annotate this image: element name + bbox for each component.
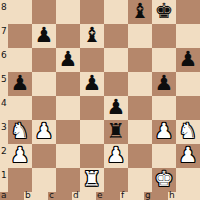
square-a1[interactable]: [8, 168, 32, 192]
square-g2[interactable]: [152, 144, 176, 168]
square-d2[interactable]: [80, 144, 104, 168]
square-h5[interactable]: [176, 72, 200, 96]
square-h8[interactable]: [176, 0, 200, 24]
black-pawn-icon[interactable]: ♟: [152, 72, 176, 96]
square-d4[interactable]: [80, 96, 104, 120]
square-b3[interactable]: ♟: [32, 120, 56, 144]
square-f6[interactable]: [128, 48, 152, 72]
square-c3[interactable]: [56, 120, 80, 144]
black-bishop-icon[interactable]: ♝: [128, 0, 152, 24]
square-d7[interactable]: ♝: [80, 24, 104, 48]
square-g3[interactable]: ♟: [152, 120, 176, 144]
square-d6[interactable]: [80, 48, 104, 72]
square-h4[interactable]: [176, 96, 200, 120]
square-f7[interactable]: [128, 24, 152, 48]
square-g6[interactable]: [152, 48, 176, 72]
square-d3[interactable]: [80, 120, 104, 144]
white-pawn-icon[interactable]: ♟: [176, 144, 200, 168]
file-label-f: f: [121, 190, 131, 200]
square-d5[interactable]: ♟: [80, 72, 104, 96]
black-pawn-icon[interactable]: ♟: [176, 48, 200, 72]
square-g8[interactable]: ♚: [152, 0, 176, 24]
black-pawn-icon[interactable]: ♟: [8, 72, 32, 96]
square-d1[interactable]: ♜: [80, 168, 104, 192]
black-pawn-icon[interactable]: ♟: [56, 48, 80, 72]
white-pawn-icon[interactable]: ♟: [32, 120, 56, 144]
square-b5[interactable]: [32, 72, 56, 96]
square-f4[interactable]: [128, 96, 152, 120]
square-f8[interactable]: ♝: [128, 0, 152, 24]
black-king-icon[interactable]: ♚: [152, 0, 176, 24]
square-a6[interactable]: [8, 48, 32, 72]
file-label-d: d: [73, 190, 83, 200]
square-h3[interactable]: ♞: [176, 120, 200, 144]
white-pawn-icon[interactable]: ♟: [8, 144, 32, 168]
square-c4[interactable]: [56, 96, 80, 120]
rank-label-8: 8: [1, 2, 8, 12]
square-b1[interactable]: [32, 168, 56, 192]
square-a2[interactable]: ♟: [8, 144, 32, 168]
square-b8[interactable]: [32, 0, 56, 24]
square-h2[interactable]: ♟: [176, 144, 200, 168]
white-knight-icon[interactable]: ♞: [176, 120, 200, 144]
rank-label-4: 4: [1, 98, 8, 108]
black-pawn-icon[interactable]: ♟: [32, 24, 56, 48]
black-bishop-icon[interactable]: ♝: [80, 24, 104, 48]
square-g7[interactable]: [152, 24, 176, 48]
square-c6[interactable]: ♟: [56, 48, 80, 72]
black-rook-icon[interactable]: ♜: [104, 120, 128, 144]
white-king-icon[interactable]: ♚: [152, 168, 176, 192]
file-label-a: a: [1, 190, 11, 200]
file-label-e: e: [97, 190, 107, 200]
square-c7[interactable]: [56, 24, 80, 48]
rank-label-6: 6: [1, 50, 8, 60]
square-c8[interactable]: [56, 0, 80, 24]
square-g5[interactable]: ♟: [152, 72, 176, 96]
rank-label-5: 5: [1, 74, 8, 84]
white-pawn-icon[interactable]: ♟: [152, 120, 176, 144]
file-label-b: b: [25, 190, 35, 200]
square-f3[interactable]: [128, 120, 152, 144]
file-label-g: g: [145, 190, 155, 200]
rank-label-3: 3: [1, 122, 8, 132]
square-b2[interactable]: [32, 144, 56, 168]
square-e7[interactable]: [104, 24, 128, 48]
square-d8[interactable]: [80, 0, 104, 24]
white-pawn-icon[interactable]: ♟: [104, 144, 128, 168]
black-pawn-icon[interactable]: ♟: [80, 72, 104, 96]
square-e8[interactable]: [104, 0, 128, 24]
square-a8[interactable]: [8, 0, 32, 24]
chess-diagram: ♝♚♟♝♟♟♟♟♟♟♞♟♜♟♞♟♟♟♜♚ 87654321abcdefgh: [0, 0, 200, 200]
square-a4[interactable]: [8, 96, 32, 120]
square-f5[interactable]: [128, 72, 152, 96]
square-b7[interactable]: ♟: [32, 24, 56, 48]
square-f1[interactable]: [128, 168, 152, 192]
file-label-c: c: [49, 190, 59, 200]
square-e2[interactable]: ♟: [104, 144, 128, 168]
square-h1[interactable]: [176, 168, 200, 192]
square-b6[interactable]: [32, 48, 56, 72]
rank-label-1: 1: [1, 170, 8, 180]
square-b4[interactable]: [32, 96, 56, 120]
square-f2[interactable]: [128, 144, 152, 168]
rank-label-2: 2: [1, 146, 8, 156]
rank-label-7: 7: [1, 26, 8, 36]
file-label-h: h: [169, 190, 179, 200]
square-c1[interactable]: [56, 168, 80, 192]
square-e3[interactable]: ♜: [104, 120, 128, 144]
square-e6[interactable]: [104, 48, 128, 72]
square-e4[interactable]: ♟: [104, 96, 128, 120]
square-c2[interactable]: [56, 144, 80, 168]
square-h6[interactable]: ♟: [176, 48, 200, 72]
square-e1[interactable]: [104, 168, 128, 192]
square-a5[interactable]: ♟: [8, 72, 32, 96]
square-h7[interactable]: [176, 24, 200, 48]
square-e5[interactable]: [104, 72, 128, 96]
white-knight-icon[interactable]: ♞: [8, 120, 32, 144]
square-a3[interactable]: ♞: [8, 120, 32, 144]
square-a7[interactable]: [8, 24, 32, 48]
white-rook-icon[interactable]: ♜: [80, 168, 104, 192]
square-g1[interactable]: ♚: [152, 168, 176, 192]
square-c5[interactable]: [56, 72, 80, 96]
black-pawn-icon[interactable]: ♟: [104, 96, 128, 120]
square-g4[interactable]: [152, 96, 176, 120]
board-grid: ♝♚♟♝♟♟♟♟♟♟♞♟♜♟♞♟♟♟♜♚: [8, 0, 200, 192]
